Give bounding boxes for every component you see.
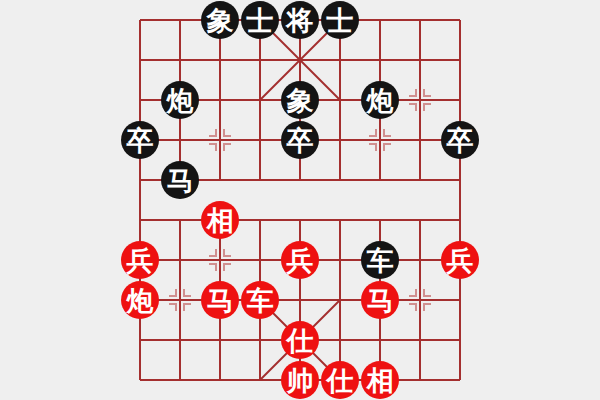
piece-black-advisor[interactable]: 士 — [321, 1, 359, 39]
piece-red-pawn[interactable]: 兵 — [441, 241, 479, 279]
piece-glyph: 车 — [247, 288, 274, 315]
piece-black-general[interactable]: 将 — [281, 1, 319, 39]
piece-black-horse[interactable]: 马 — [161, 161, 199, 199]
piece-glyph: 仕 — [287, 328, 314, 355]
piece-black-cannon[interactable]: 炮 — [361, 81, 399, 119]
piece-glyph: 马 — [367, 288, 394, 315]
piece-black-cannon[interactable]: 炮 — [161, 81, 199, 119]
piece-glyph: 兵 — [127, 248, 154, 275]
piece-black-chariot[interactable]: 车 — [361, 241, 399, 279]
piece-glyph: 象 — [287, 88, 314, 115]
piece-glyph: 卒 — [127, 128, 154, 155]
piece-red-chariot[interactable]: 车 — [241, 281, 279, 319]
piece-red-advisor[interactable]: 仕 — [321, 361, 359, 399]
piece-glyph: 炮 — [167, 88, 194, 115]
piece-glyph: 士 — [247, 8, 274, 35]
piece-glyph: 车 — [367, 248, 394, 275]
piece-glyph: 炮 — [127, 288, 154, 315]
piece-glyph: 帅 — [287, 368, 314, 395]
piece-glyph: 相 — [207, 208, 234, 235]
piece-glyph: 卒 — [287, 128, 314, 155]
piece-red-elephant[interactable]: 相 — [201, 201, 239, 239]
piece-red-elephant[interactable]: 相 — [361, 361, 399, 399]
piece-black-advisor[interactable]: 士 — [241, 1, 279, 39]
piece-red-pawn[interactable]: 兵 — [281, 241, 319, 279]
piece-red-cannon[interactable]: 炮 — [121, 281, 159, 319]
piece-red-general[interactable]: 帅 — [281, 361, 319, 399]
piece-red-horse[interactable]: 马 — [361, 281, 399, 319]
piece-red-horse[interactable]: 马 — [201, 281, 239, 319]
piece-glyph: 仕 — [327, 368, 354, 395]
piece-black-pawn[interactable]: 卒 — [121, 121, 159, 159]
piece-glyph: 炮 — [367, 88, 394, 115]
piece-glyph: 相 — [367, 368, 394, 395]
piece-glyph: 马 — [167, 168, 194, 195]
piece-glyph: 卒 — [447, 128, 474, 155]
piece-red-pawn[interactable]: 兵 — [121, 241, 159, 279]
piece-glyph: 将 — [287, 8, 314, 35]
piece-black-elephant[interactable]: 象 — [281, 81, 319, 119]
piece-red-advisor[interactable]: 仕 — [281, 321, 319, 359]
piece-black-pawn[interactable]: 卒 — [441, 121, 479, 159]
piece-glyph: 象 — [207, 8, 234, 35]
piece-black-pawn[interactable]: 卒 — [281, 121, 319, 159]
piece-black-elephant[interactable]: 象 — [201, 1, 239, 39]
piece-glyph: 兵 — [447, 248, 474, 275]
xiangqi-board[interactable]: 象士将士炮象炮卒卒卒马相兵兵车兵炮马车马仕帅仕相 — [0, 0, 600, 400]
piece-glyph: 马 — [207, 288, 234, 315]
piece-glyph: 士 — [327, 8, 354, 35]
piece-glyph: 兵 — [287, 248, 314, 275]
